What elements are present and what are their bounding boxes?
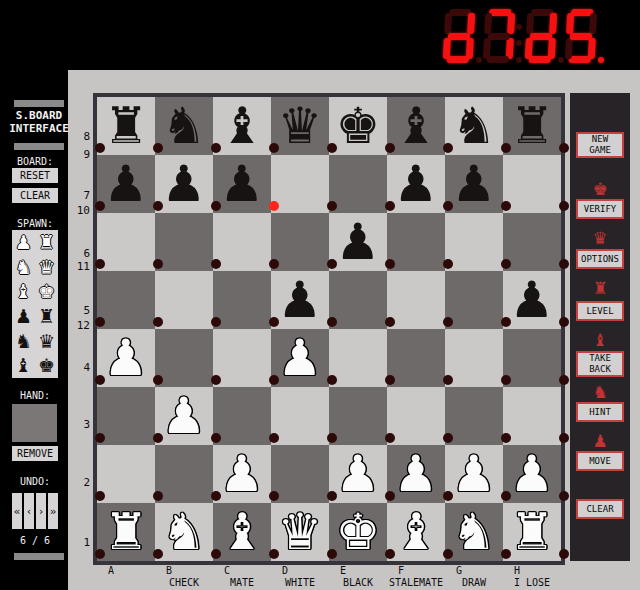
clock-colon-dot (516, 40, 522, 46)
square-a8[interactable]: ♜ (97, 97, 155, 155)
take-back-button[interactable]: TAKEBACK (576, 351, 624, 377)
piece-white-king: ♚ (336, 503, 381, 561)
button-label: OPTIONS (581, 254, 619, 265)
square-c2[interactable]: ♟ (213, 445, 271, 503)
divider (14, 553, 64, 560)
seven-segment-clock (0, 0, 640, 72)
square-a3[interactable] (97, 387, 155, 445)
queen-icon: ♛ (570, 230, 630, 246)
square-f7[interactable]: ♟ (387, 155, 445, 213)
square-d2[interactable] (271, 445, 329, 503)
piece-black-knight: ♞ (162, 97, 207, 155)
piece-white-pawn: ♟ (162, 387, 207, 445)
square-b8[interactable]: ♞ (155, 97, 213, 155)
file-label-d: D (271, 565, 329, 576)
square-g1[interactable]: ♞ (445, 503, 503, 561)
square-d6[interactable] (271, 213, 329, 271)
piece-white-pawn: ♟ (336, 445, 381, 503)
square-c7[interactable]: ♟ (213, 155, 271, 213)
button-label: GAME (589, 145, 611, 156)
piece-black-rook: ♜ (104, 97, 149, 155)
rank-label-9: 9 (58, 148, 90, 162)
spawn-white-pawn[interactable]: ♟ (12, 230, 35, 255)
spawn-palette-white: ♟♜♞♛♝♚ (12, 230, 58, 304)
piece-black-queen: ♛ (278, 97, 323, 155)
app-title-line1: S.BOARD (0, 109, 78, 122)
spawn-white-rook[interactable]: ♜ (35, 230, 58, 255)
knight-icon: ♞ (570, 384, 630, 400)
piece-black-pawn: ♟ (278, 271, 323, 329)
spawn-black-king[interactable]: ♚ (35, 353, 58, 378)
square-b6[interactable] (155, 213, 213, 271)
piece-black-pawn: ♟ (394, 155, 439, 213)
divider (14, 100, 64, 107)
move-button[interactable]: MOVE (576, 451, 624, 471)
square-a2[interactable] (97, 445, 155, 503)
button-label: NEW (592, 134, 608, 145)
square-a6[interactable] (97, 213, 155, 271)
piece-black-bishop: ♝ (394, 97, 439, 155)
piece-white-knight: ♞ (452, 503, 497, 561)
rank-label-11: 11 (58, 260, 90, 274)
piece-white-bishop: ♝ (394, 503, 439, 561)
square-c5[interactable] (213, 271, 271, 329)
clock-decimal-point (476, 57, 482, 63)
clock-decimal-point (558, 57, 564, 63)
new-game-button[interactable]: NEWGAME (576, 132, 624, 158)
reset-button[interactable]: RESET (12, 168, 58, 183)
square-g6[interactable] (445, 213, 503, 271)
square-a7[interactable]: ♟ (97, 155, 155, 213)
clock-digit-d (443, 9, 476, 63)
status-label-i-lose: I LOSE (503, 577, 561, 588)
square-e5[interactable] (329, 271, 387, 329)
piece-black-pawn: ♟ (336, 213, 381, 271)
square-h5[interactable]: ♟ (503, 271, 561, 329)
piece-black-pawn: ♟ (162, 155, 207, 213)
square-f2[interactable]: ♟ (387, 445, 445, 503)
square-b7[interactable]: ♟ (155, 155, 213, 213)
square-g8[interactable]: ♞ (445, 97, 503, 155)
undo-fast-forward-button[interactable]: » (48, 493, 58, 529)
options-button[interactable]: OPTIONS (576, 249, 624, 269)
chess-computer-ui: S.BOARD INTERFACE BOARD: RESET CLEAR SPA… (0, 0, 640, 590)
rank-label-4: 4 (58, 361, 90, 375)
square-g4[interactable] (445, 329, 503, 387)
level-button[interactable]: LEVEL (576, 301, 624, 321)
file-label-a: A (97, 565, 155, 576)
spawn-white-bishop[interactable]: ♝ (12, 279, 35, 304)
button-label: LEVEL (586, 306, 613, 317)
piece-white-bishop: ♝ (220, 503, 265, 561)
file-label-h: H (503, 565, 561, 576)
square-c3[interactable] (213, 387, 271, 445)
square-h4[interactable] (503, 329, 561, 387)
spawn-white-king[interactable]: ♚ (35, 279, 58, 304)
piece-black-rook: ♜ (510, 97, 555, 155)
square-b4[interactable] (155, 329, 213, 387)
rank-label-2: 2 (58, 476, 90, 490)
spawn-black-knight[interactable]: ♞ (12, 329, 35, 354)
square-d7[interactable] (271, 155, 329, 213)
control-panel: NEWGAME♚VERIFY♛OPTIONS♜LEVEL♝TAKEBACK♞HI… (570, 93, 630, 561)
rank-label-7: 7 (58, 189, 90, 203)
piece-black-pawn: ♟ (510, 271, 555, 329)
button-label: BACK (589, 364, 611, 375)
hand-section-label: HAND: (0, 390, 70, 401)
square-h3[interactable] (503, 387, 561, 445)
piece-black-bishop: ♝ (220, 97, 265, 155)
clock-decimal-point (516, 57, 522, 63)
square-d1[interactable]: ♛ (271, 503, 329, 561)
square-a5[interactable] (97, 271, 155, 329)
piece-white-pawn: ♟ (394, 445, 439, 503)
piece-white-knight: ♞ (162, 503, 207, 561)
square-h1[interactable]: ♜ (503, 503, 561, 561)
button-label: TAKE (589, 353, 611, 364)
rank-label-1: 1 (58, 536, 90, 550)
button-label: MOVE (589, 456, 611, 467)
square-d5[interactable]: ♟ (271, 271, 329, 329)
piece-white-queen: ♛ (278, 503, 323, 561)
spawn-black-pawn[interactable]: ♟ (12, 304, 35, 329)
spawn-white-queen[interactable]: ♛ (35, 255, 58, 280)
rank-label-12: 12 (58, 319, 90, 333)
square-b5[interactable] (155, 271, 213, 329)
rank-label-10: 10 (58, 204, 90, 218)
button-label: VERIFY (584, 204, 617, 215)
clear-board-button[interactable]: CLEAR (12, 188, 58, 203)
spawn-white-knight[interactable]: ♞ (12, 255, 35, 280)
piece-white-pawn: ♟ (510, 445, 555, 503)
square-g3[interactable] (445, 387, 503, 445)
clock-digit-7 (483, 9, 516, 63)
status-label-stalemate: STALEMATE (387, 577, 445, 588)
pawn-icon: ♟ (570, 433, 630, 449)
file-label-c: C (213, 565, 271, 576)
spawn-black-bishop[interactable]: ♝ (12, 353, 35, 378)
king-icon: ♚ (570, 181, 630, 197)
square-b1[interactable]: ♞ (155, 503, 213, 561)
file-label-b: B (155, 565, 213, 576)
rank-label-3: 3 (58, 418, 90, 432)
hand-slot[interactable] (12, 404, 57, 442)
verify-button[interactable]: VERIFY (576, 199, 624, 219)
button-label: CLEAR (586, 504, 613, 515)
piece-black-pawn: ♟ (452, 155, 497, 213)
square-e6[interactable]: ♟ (329, 213, 387, 271)
piece-black-king: ♚ (336, 97, 381, 155)
spawn-black-queen[interactable]: ♛ (35, 329, 58, 354)
square-f6[interactable] (387, 213, 445, 271)
square-g5[interactable] (445, 271, 503, 329)
square-e8[interactable]: ♚ (329, 97, 387, 155)
status-label-black: BLACK (329, 577, 387, 588)
rank-label-6: 6 (58, 247, 90, 261)
square-d8[interactable]: ♛ (271, 97, 329, 155)
piece-white-rook: ♜ (510, 503, 555, 561)
square-f5[interactable] (387, 271, 445, 329)
button-label: HINT (589, 407, 611, 418)
square-c8[interactable]: ♝ (213, 97, 271, 155)
piece-white-pawn: ♟ (278, 329, 323, 387)
piece-white-pawn: ♟ (452, 445, 497, 503)
rank-label-8: 8 (58, 130, 90, 144)
square-h2[interactable]: ♟ (503, 445, 561, 503)
square-b3[interactable]: ♟ (155, 387, 213, 445)
spawn-black-rook[interactable]: ♜ (35, 304, 58, 329)
file-label-e: E (329, 565, 387, 576)
square-d3[interactable] (271, 387, 329, 445)
square-f1[interactable]: ♝ (387, 503, 445, 561)
square-e2[interactable]: ♟ (329, 445, 387, 503)
square-e1[interactable]: ♚ (329, 503, 387, 561)
undo-fast-back-button[interactable]: « (12, 493, 22, 529)
left-sidebar: S.BOARD INTERFACE BOARD: RESET CLEAR SPA… (0, 0, 68, 590)
square-c4[interactable] (213, 329, 271, 387)
square-g7[interactable]: ♟ (445, 155, 503, 213)
square-h7[interactable] (503, 155, 561, 213)
square-f4[interactable] (387, 329, 445, 387)
hint-button[interactable]: HINT (576, 402, 624, 422)
piece-white-rook: ♜ (104, 503, 149, 561)
clock-digit-d (525, 9, 558, 63)
status-label-mate: MATE (213, 577, 271, 588)
piece-white-pawn: ♟ (104, 329, 149, 387)
piece-black-pawn: ♟ (220, 155, 265, 213)
clear-button[interactable]: CLEAR (576, 499, 624, 519)
clock-digit-5 (565, 9, 598, 63)
square-e3[interactable] (329, 387, 387, 445)
remove-button[interactable]: REMOVE (12, 446, 58, 461)
bishop-icon: ♝ (570, 332, 630, 348)
undo-back-button[interactable]: ‹ (24, 493, 34, 529)
clock-colon-dot (516, 24, 522, 30)
square-f3[interactable] (387, 387, 445, 445)
file-label-g: G (445, 565, 503, 576)
status-label-draw: DRAW (445, 577, 503, 588)
square-d4[interactable]: ♟ (271, 329, 329, 387)
file-label-f: F (387, 565, 445, 576)
piece-white-pawn: ♟ (220, 445, 265, 503)
square-a1[interactable]: ♜ (97, 503, 155, 561)
rook-icon: ♜ (570, 280, 630, 296)
undo-controls: «‹›» (12, 493, 58, 529)
divider (14, 143, 64, 150)
square-f8[interactable]: ♝ (387, 97, 445, 155)
clock-decimal-point (598, 57, 604, 63)
chess-board: ♜♞♝♛♚♝♞♜♟♟♟♟♟♟♟♟♟♟♟♟♟♟♟♟♜♞♝♛♚♝♞♜ (93, 93, 565, 565)
square-h6[interactable] (503, 213, 561, 271)
status-label-check: CHECK (155, 577, 213, 588)
square-b2[interactable] (155, 445, 213, 503)
square-g2[interactable]: ♟ (445, 445, 503, 503)
spawn-palette-black: ♟♜♞♛♝♚ (12, 304, 58, 378)
square-e4[interactable] (329, 329, 387, 387)
spawn-section-label: SPAWN: (0, 218, 70, 229)
piece-black-pawn: ♟ (104, 155, 149, 213)
piece-black-knight: ♞ (452, 97, 497, 155)
square-c1[interactable]: ♝ (213, 503, 271, 561)
status-label-white: WHITE (271, 577, 329, 588)
undo-forward-button[interactable]: › (36, 493, 46, 529)
square-e7[interactable] (329, 155, 387, 213)
square-c6[interactable] (213, 213, 271, 271)
rank-label-5: 5 (58, 304, 90, 318)
square-a4[interactable]: ♟ (97, 329, 155, 387)
square-h8[interactable]: ♜ (503, 97, 561, 155)
